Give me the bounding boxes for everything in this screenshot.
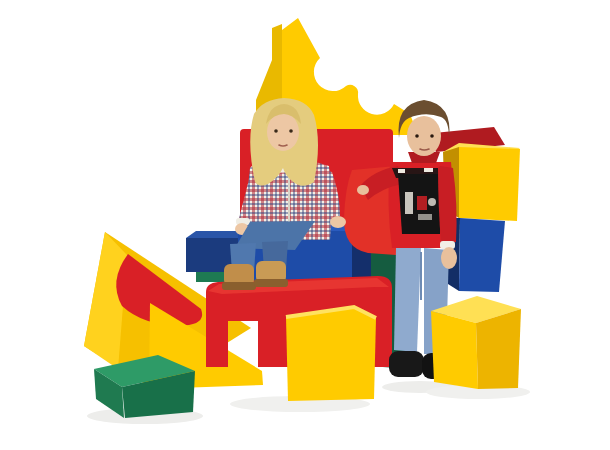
girl-left-eye (274, 129, 278, 133)
boy-left-eye (415, 134, 419, 138)
center-cube-front (286, 307, 376, 401)
right-upper-cube-front (459, 147, 520, 221)
boy-left-hand (441, 247, 457, 269)
boy-left-shoe (389, 351, 424, 377)
center-cube-block (286, 307, 376, 401)
right-middle-cube-front (459, 218, 505, 292)
boy-yoke-tag-left (398, 169, 405, 173)
right-lower-cube-front-left (431, 311, 478, 389)
right-lower-cube-block (431, 296, 521, 389)
right-lower-cube-front-right (476, 309, 521, 389)
girl-right-hand (330, 216, 346, 228)
boy-right-eye (430, 134, 434, 138)
girl-right-eye (289, 129, 293, 133)
photo-canvas (0, 0, 610, 450)
boy-yoke-tag-right (424, 168, 433, 172)
boy-jeans-left-leg (394, 248, 421, 352)
boy-right-hand (357, 185, 369, 195)
foam-blocks-photo (0, 0, 610, 450)
boy-left-sleeve (438, 166, 457, 244)
